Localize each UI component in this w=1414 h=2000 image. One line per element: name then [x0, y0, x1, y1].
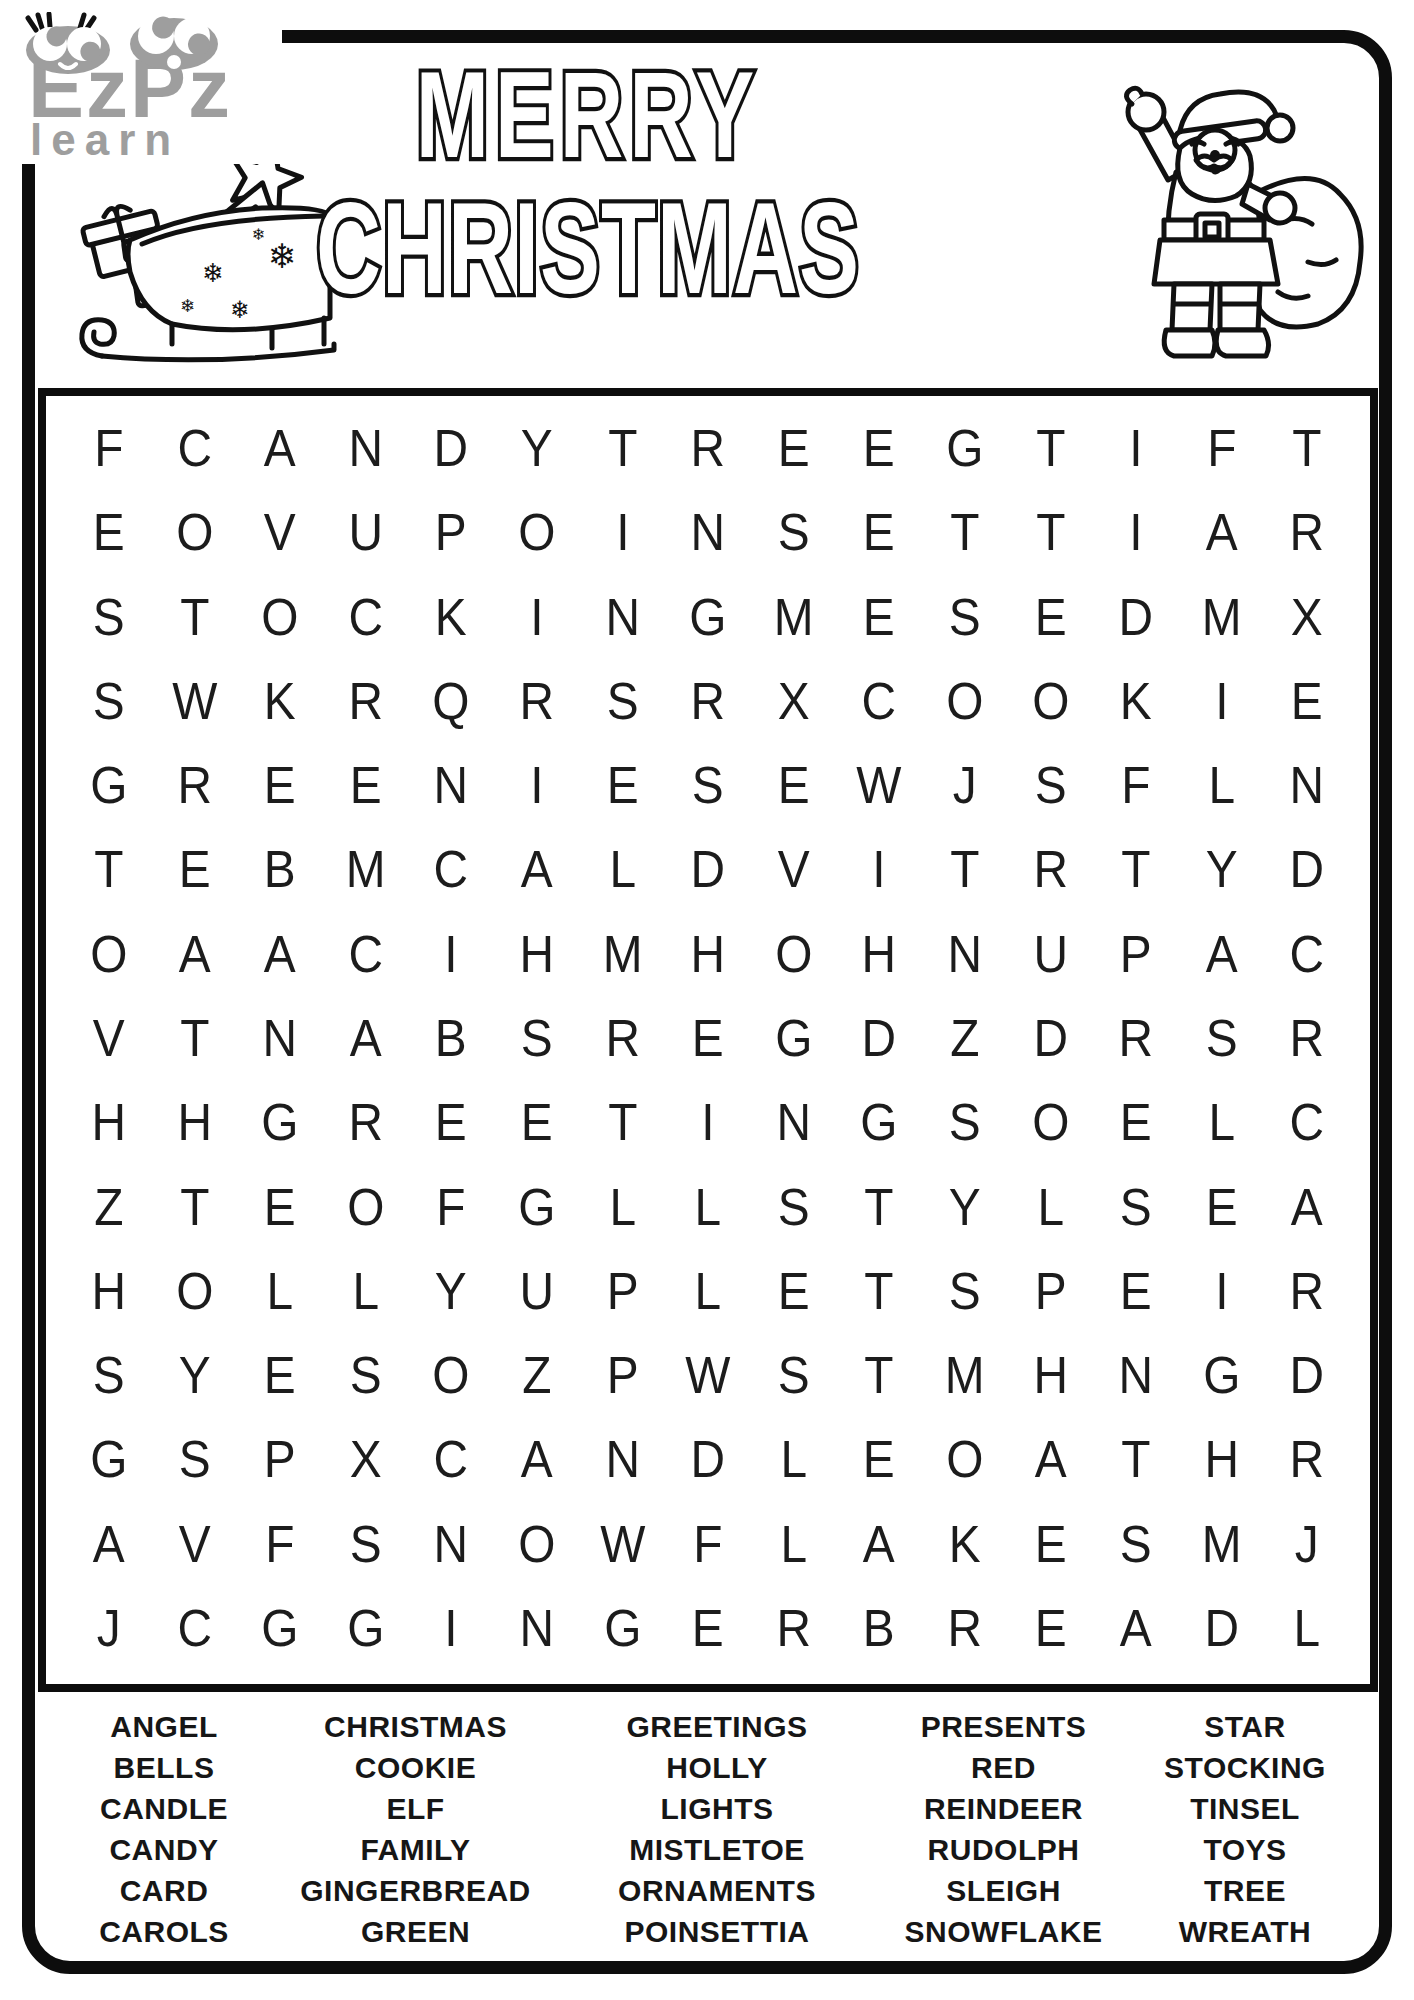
- grid-cell[interactable]: I: [1097, 406, 1176, 490]
- logo-text-learn: learn: [30, 118, 180, 162]
- grid-cell[interactable]: E: [669, 1586, 748, 1670]
- word-search-grid: FCANDYTREEGTIFTEOVUPOINSETTIARSTOCKINGME…: [46, 396, 1370, 1684]
- grid-cell[interactable]: L: [669, 1164, 748, 1248]
- grid-cell[interactable]: R: [155, 743, 234, 827]
- grid-cell[interactable]: S: [69, 1333, 148, 1417]
- word-item: RUDOLPH: [879, 1829, 1129, 1870]
- grid-cell[interactable]: O: [754, 912, 833, 996]
- grid-cell[interactable]: E: [1011, 575, 1090, 659]
- grid-cell[interactable]: G: [754, 996, 833, 1080]
- grid-cell[interactable]: G: [583, 1586, 662, 1670]
- grid-cell[interactable]: U: [497, 1249, 576, 1333]
- grid-cell[interactable]: R: [1268, 1249, 1347, 1333]
- grid-cell[interactable]: D: [669, 827, 748, 911]
- grid-cell[interactable]: E: [754, 1249, 833, 1333]
- grid-cell[interactable]: D: [1097, 575, 1176, 659]
- grid-cell[interactable]: E: [497, 1080, 576, 1164]
- word-item: GINGERBREAD: [276, 1870, 556, 1911]
- grid-cell[interactable]: Q: [412, 659, 491, 743]
- grid-cell[interactable]: S: [754, 1164, 833, 1248]
- grid-cell[interactable]: G: [669, 575, 748, 659]
- grid-cell[interactable]: I: [1097, 490, 1176, 574]
- grid-cell[interactable]: X: [1268, 575, 1347, 659]
- grid-cell[interactable]: B: [840, 1586, 919, 1670]
- grid-cell[interactable]: E: [241, 1333, 320, 1417]
- grid-cell[interactable]: N: [1268, 743, 1347, 827]
- grid-cell[interactable]: I: [497, 575, 576, 659]
- grid-cell[interactable]: P: [1097, 912, 1176, 996]
- grid-cell[interactable]: C: [155, 406, 234, 490]
- grid-cell[interactable]: E: [1097, 1249, 1176, 1333]
- grid-cell[interactable]: C: [840, 659, 919, 743]
- grid-cell[interactable]: C: [326, 912, 405, 996]
- santa-illustration: [1108, 52, 1378, 377]
- grid-cell[interactable]: Z: [69, 1164, 148, 1248]
- grid-cell[interactable]: R: [497, 659, 576, 743]
- grid-cell[interactable]: A: [1011, 1417, 1090, 1501]
- grid-cell[interactable]: U: [326, 490, 405, 574]
- grid-cell[interactable]: A: [69, 1501, 148, 1585]
- grid-cell[interactable]: M: [583, 912, 662, 996]
- word-item: CANDLE: [64, 1788, 264, 1829]
- grid-cell[interactable]: F: [1182, 406, 1261, 490]
- grid-cell[interactable]: S: [1011, 743, 1090, 827]
- grid-cell[interactable]: G: [497, 1164, 576, 1248]
- grid-cell[interactable]: J: [925, 743, 1004, 827]
- word-item: FAMILY: [276, 1829, 556, 1870]
- grid-cell[interactable]: L: [1268, 1586, 1347, 1670]
- grid-cell[interactable]: F: [669, 1501, 748, 1585]
- word-item: MISTLETOE: [567, 1829, 867, 1870]
- grid-cell[interactable]: S: [925, 1249, 1004, 1333]
- grid-cell[interactable]: T: [1268, 406, 1347, 490]
- word-item: SLEIGH: [879, 1870, 1129, 1911]
- grid-cell[interactable]: H: [69, 1080, 148, 1164]
- grid-cell[interactable]: X: [754, 659, 833, 743]
- grid-cell[interactable]: Y: [412, 1249, 491, 1333]
- grid-cell[interactable]: H: [155, 1080, 234, 1164]
- grid-cell[interactable]: E: [1011, 1586, 1090, 1670]
- grid-cell[interactable]: V: [754, 827, 833, 911]
- grid-cell[interactable]: P: [1011, 1249, 1090, 1333]
- grid-cell[interactable]: E: [241, 743, 320, 827]
- word-item: BELLS: [64, 1747, 264, 1788]
- grid-cell[interactable]: M: [326, 827, 405, 911]
- grid-cell[interactable]: S: [69, 575, 148, 659]
- grid-cell[interactable]: E: [754, 406, 833, 490]
- word-item: LIGHTS: [567, 1788, 867, 1829]
- word-list: ANGELBELLSCANDLECANDYCARDCAROLSCHRISTMAS…: [64, 1706, 1350, 1952]
- grid-cell[interactable]: H: [669, 912, 748, 996]
- grid-cell[interactable]: C: [412, 1417, 491, 1501]
- grid-cell[interactable]: O: [155, 490, 234, 574]
- grid-cell[interactable]: S: [1097, 1164, 1176, 1248]
- word-list-column: STARSTOCKINGTINSELTOYSTREEWREATH: [1140, 1706, 1350, 1952]
- grid-cell[interactable]: H: [69, 1249, 148, 1333]
- grid-cell[interactable]: O: [1011, 1080, 1090, 1164]
- worksheet-page: EzPz learn MERRY CHRISTMAS: [0, 0, 1414, 2000]
- word-item: TOYS: [1140, 1829, 1350, 1870]
- grid-cell[interactable]: T: [1011, 490, 1090, 574]
- grid-cell[interactable]: O: [1011, 659, 1090, 743]
- grid-cell[interactable]: P: [241, 1417, 320, 1501]
- grid-cell[interactable]: H: [840, 912, 919, 996]
- grid-cell[interactable]: R: [669, 659, 748, 743]
- grid-cell[interactable]: E: [241, 1164, 320, 1248]
- grid-cell[interactable]: P: [583, 1249, 662, 1333]
- word-search-grid-box: FCANDYTREEGTIFTEOVUPOINSETTIARSTOCKINGME…: [38, 388, 1378, 1692]
- grid-cell[interactable]: F: [412, 1164, 491, 1248]
- puzzle-title: MERRY CHRISTMAS: [288, 46, 888, 310]
- grid-cell[interactable]: I: [1182, 659, 1261, 743]
- word-item: PRESENTS: [879, 1706, 1129, 1747]
- grid-cell[interactable]: V: [155, 1501, 234, 1585]
- grid-cell[interactable]: Y: [155, 1333, 234, 1417]
- grid-cell[interactable]: E: [155, 827, 234, 911]
- grid-cell[interactable]: E: [1268, 659, 1347, 743]
- svg-text:❄: ❄: [180, 295, 195, 316]
- grid-cell[interactable]: C: [1268, 1080, 1347, 1164]
- grid-cell[interactable]: C: [1268, 912, 1347, 996]
- grid-cell[interactable]: D: [1182, 1586, 1261, 1670]
- grid-cell[interactable]: M: [1182, 575, 1261, 659]
- grid-cell[interactable]: I: [497, 743, 576, 827]
- grid-cell[interactable]: D: [1268, 827, 1347, 911]
- grid-cell[interactable]: N: [241, 996, 320, 1080]
- grid-cell[interactable]: I: [412, 912, 491, 996]
- grid-cell[interactable]: R: [583, 996, 662, 1080]
- grid-cell[interactable]: T: [1011, 406, 1090, 490]
- word-list-column: GREETINGSHOLLYLIGHTSMISTLETOEORNAMENTSPO…: [567, 1706, 867, 1952]
- grid-cell[interactable]: C: [412, 827, 491, 911]
- grid-cell[interactable]: O: [155, 1249, 234, 1333]
- grid-cell[interactable]: S: [925, 1080, 1004, 1164]
- grid-cell[interactable]: T: [840, 1164, 919, 1248]
- grid-cell[interactable]: Y: [497, 406, 576, 490]
- grid-cell[interactable]: S: [669, 743, 748, 827]
- grid-cell[interactable]: L: [1182, 743, 1261, 827]
- grid-cell[interactable]: T: [925, 827, 1004, 911]
- grid-cell[interactable]: G: [326, 1586, 405, 1670]
- grid-cell[interactable]: U: [1011, 912, 1090, 996]
- grid-cell[interactable]: G: [1182, 1333, 1261, 1417]
- grid-cell[interactable]: R: [1268, 1417, 1347, 1501]
- word-item: ELF: [276, 1788, 556, 1829]
- grid-cell[interactable]: N: [754, 1080, 833, 1164]
- grid-cell[interactable]: E: [583, 743, 662, 827]
- grid-cell[interactable]: T: [583, 406, 662, 490]
- grid-cell[interactable]: F: [1097, 743, 1176, 827]
- grid-cell[interactable]: D: [840, 996, 919, 1080]
- grid-cell[interactable]: A: [155, 912, 234, 996]
- grid-cell[interactable]: S: [69, 659, 148, 743]
- grid-cell[interactable]: J: [69, 1586, 148, 1670]
- grid-cell[interactable]: H: [1011, 1333, 1090, 1417]
- grid-cell[interactable]: R: [1268, 996, 1347, 1080]
- grid-cell[interactable]: E: [412, 1080, 491, 1164]
- grid-cell[interactable]: K: [925, 1501, 1004, 1585]
- grid-cell[interactable]: G: [241, 1586, 320, 1670]
- word-item: CARD: [64, 1870, 264, 1911]
- svg-text:❄: ❄: [252, 225, 265, 244]
- grid-cell[interactable]: A: [497, 1417, 576, 1501]
- grid-cell[interactable]: L: [754, 1417, 833, 1501]
- grid-cell[interactable]: M: [754, 575, 833, 659]
- ezpz-learn-logo: EzPz learn: [14, 6, 282, 164]
- grid-cell[interactable]: T: [840, 1333, 919, 1417]
- grid-cell[interactable]: O: [925, 1417, 1004, 1501]
- grid-cell[interactable]: P: [412, 490, 491, 574]
- grid-cell[interactable]: T: [583, 1080, 662, 1164]
- grid-cell[interactable]: Z: [497, 1333, 576, 1417]
- grid-cell[interactable]: T: [1097, 827, 1176, 911]
- grid-cell[interactable]: N: [583, 1417, 662, 1501]
- word-item: RED: [879, 1747, 1129, 1788]
- svg-text:❄: ❄: [230, 296, 250, 324]
- word-list-column: CHRISTMASCOOKIEELFFAMILYGINGERBREADGREEN: [276, 1706, 556, 1952]
- grid-cell[interactable]: A: [497, 827, 576, 911]
- grid-cell[interactable]: O: [69, 912, 148, 996]
- grid-cell[interactable]: A: [840, 1501, 919, 1585]
- grid-cell[interactable]: O: [497, 490, 576, 574]
- grid-cell[interactable]: R: [1097, 996, 1176, 1080]
- grid-cell[interactable]: F: [241, 1501, 320, 1585]
- word-item: ANGEL: [64, 1706, 264, 1747]
- grid-cell[interactable]: G: [925, 406, 1004, 490]
- grid-cell[interactable]: K: [412, 575, 491, 659]
- grid-cell[interactable]: R: [326, 1080, 405, 1164]
- grid-cell[interactable]: R: [754, 1586, 833, 1670]
- grid-cell[interactable]: N: [412, 743, 491, 827]
- grid-cell[interactable]: W: [583, 1501, 662, 1585]
- word-item: CANDY: [64, 1829, 264, 1870]
- owl-icon: [22, 12, 114, 74]
- grid-cell[interactable]: T: [1097, 1417, 1176, 1501]
- grid-cell[interactable]: A: [241, 912, 320, 996]
- grid-cell[interactable]: R: [925, 1586, 1004, 1670]
- grid-cell[interactable]: N: [497, 1586, 576, 1670]
- grid-cell[interactable]: G: [840, 1080, 919, 1164]
- grid-cell[interactable]: D: [669, 1417, 748, 1501]
- word-item: REINDEER: [879, 1788, 1129, 1829]
- grid-cell[interactable]: V: [241, 490, 320, 574]
- grid-cell[interactable]: T: [69, 827, 148, 911]
- grid-cell[interactable]: L: [669, 1249, 748, 1333]
- word-item: HOLLY: [567, 1747, 867, 1788]
- grid-cell[interactable]: W: [669, 1333, 748, 1417]
- grid-cell[interactable]: G: [69, 743, 148, 827]
- grid-cell[interactable]: T: [840, 1249, 919, 1333]
- grid-cell[interactable]: N: [669, 490, 748, 574]
- grid-cell[interactable]: H: [1182, 1417, 1261, 1501]
- grid-cell[interactable]: R: [669, 406, 748, 490]
- grid-cell[interactable]: S: [754, 490, 833, 574]
- grid-cell[interactable]: O: [497, 1501, 576, 1585]
- grid-cell[interactable]: I: [583, 490, 662, 574]
- grid-cell[interactable]: K: [1097, 659, 1176, 743]
- grid-cell[interactable]: W: [840, 743, 919, 827]
- grid-cell[interactable]: M: [925, 1333, 1004, 1417]
- grid-cell[interactable]: J: [1268, 1501, 1347, 1585]
- grid-cell[interactable]: S: [754, 1333, 833, 1417]
- word-item: SNOWFLAKE: [879, 1911, 1129, 1952]
- grid-cell[interactable]: A: [326, 996, 405, 1080]
- grid-cell[interactable]: B: [241, 827, 320, 911]
- grid-cell[interactable]: E: [1011, 1501, 1090, 1585]
- grid-cell[interactable]: K: [241, 659, 320, 743]
- grid-cell[interactable]: A: [241, 406, 320, 490]
- grid-cell[interactable]: T: [155, 996, 234, 1080]
- grid-cell[interactable]: N: [412, 1501, 491, 1585]
- grid-cell[interactable]: I: [1182, 1249, 1261, 1333]
- grid-cell[interactable]: N: [1097, 1333, 1176, 1417]
- grid-cell[interactable]: S: [326, 1501, 405, 1585]
- grid-cell[interactable]: T: [925, 490, 1004, 574]
- grid-cell[interactable]: S: [1182, 996, 1261, 1080]
- grid-cell[interactable]: V: [69, 996, 148, 1080]
- grid-cell[interactable]: R: [1011, 827, 1090, 911]
- grid-cell[interactable]: E: [1182, 1164, 1261, 1248]
- svg-text:❄: ❄: [202, 258, 224, 288]
- word-item: STOCKING: [1140, 1747, 1350, 1788]
- grid-cell[interactable]: N: [583, 575, 662, 659]
- grid-cell[interactable]: A: [1268, 1164, 1347, 1248]
- word-list-column: PRESENTSREDREINDEERRUDOLPHSLEIGHSNOWFLAK…: [879, 1706, 1129, 1952]
- grid-cell[interactable]: L: [241, 1249, 320, 1333]
- grid-cell[interactable]: O: [326, 1164, 405, 1248]
- grid-cell[interactable]: S: [583, 659, 662, 743]
- grid-cell[interactable]: F: [69, 406, 148, 490]
- grid-cell[interactable]: E: [326, 743, 405, 827]
- grid-cell[interactable]: O: [925, 659, 1004, 743]
- grid-cell[interactable]: A: [1097, 1586, 1176, 1670]
- grid-cell[interactable]: T: [155, 1164, 234, 1248]
- grid-cell[interactable]: I: [412, 1586, 491, 1670]
- word-item: CHRISTMAS: [276, 1706, 556, 1747]
- word-item: TREE: [1140, 1870, 1350, 1911]
- grid-cell[interactable]: N: [326, 406, 405, 490]
- word-item: COOKIE: [276, 1747, 556, 1788]
- grid-cell[interactable]: E: [840, 406, 919, 490]
- grid-cell[interactable]: A: [1182, 912, 1261, 996]
- grid-cell[interactable]: L: [583, 1164, 662, 1248]
- grid-cell[interactable]: Z: [925, 996, 1004, 1080]
- grid-cell[interactable]: E: [840, 490, 919, 574]
- word-item: CAROLS: [64, 1911, 264, 1952]
- word-item: TINSEL: [1140, 1788, 1350, 1829]
- grid-cell[interactable]: D: [1011, 996, 1090, 1080]
- grid-cell[interactable]: Y: [1182, 827, 1261, 911]
- grid-cell[interactable]: G: [241, 1080, 320, 1164]
- grid-cell[interactable]: E: [69, 490, 148, 574]
- grid-cell[interactable]: E: [840, 575, 919, 659]
- grid-cell[interactable]: W: [155, 659, 234, 743]
- word-item: STAR: [1140, 1706, 1350, 1747]
- grid-cell[interactable]: A: [1182, 490, 1261, 574]
- grid-cell[interactable]: R: [1268, 490, 1347, 574]
- word-item: WREATH: [1140, 1911, 1350, 1952]
- grid-cell[interactable]: L: [754, 1501, 833, 1585]
- grid-cell[interactable]: G: [69, 1417, 148, 1501]
- grid-cell[interactable]: X: [326, 1417, 405, 1501]
- word-item: GREETINGS: [567, 1706, 867, 1747]
- owl-icon: [126, 6, 222, 72]
- title-line-merry: MERRY: [416, 46, 761, 174]
- title-line-christmas: CHRISTMAS: [316, 178, 860, 310]
- grid-cell[interactable]: P: [583, 1333, 662, 1417]
- grid-cell[interactable]: E: [754, 743, 833, 827]
- grid-cell[interactable]: H: [497, 912, 576, 996]
- grid-cell[interactable]: Y: [925, 1164, 1004, 1248]
- word-item: POINSETTIA: [567, 1911, 867, 1952]
- grid-cell[interactable]: L: [326, 1249, 405, 1333]
- grid-cell[interactable]: C: [326, 575, 405, 659]
- grid-cell[interactable]: B: [412, 996, 491, 1080]
- grid-cell[interactable]: M: [1182, 1501, 1261, 1585]
- grid-cell[interactable]: S: [497, 996, 576, 1080]
- word-list-column: ANGELBELLSCANDLECANDYCARDCAROLS: [64, 1706, 264, 1952]
- grid-cell[interactable]: O: [412, 1333, 491, 1417]
- grid-cell[interactable]: I: [840, 827, 919, 911]
- grid-cell[interactable]: I: [669, 1080, 748, 1164]
- grid-cell[interactable]: L: [1011, 1164, 1090, 1248]
- grid-cell[interactable]: L: [1182, 1080, 1261, 1164]
- grid-cell[interactable]: E: [1097, 1080, 1176, 1164]
- grid-cell[interactable]: S: [925, 575, 1004, 659]
- grid-cell[interactable]: S: [155, 1417, 234, 1501]
- grid-cell[interactable]: L: [583, 827, 662, 911]
- grid-cell[interactable]: T: [155, 575, 234, 659]
- grid-cell[interactable]: D: [412, 406, 491, 490]
- grid-cell[interactable]: C: [155, 1586, 234, 1670]
- grid-cell[interactable]: E: [669, 996, 748, 1080]
- word-item: ORNAMENTS: [567, 1870, 867, 1911]
- grid-cell[interactable]: D: [1268, 1333, 1347, 1417]
- grid-cell[interactable]: O: [241, 575, 320, 659]
- grid-cell[interactable]: N: [925, 912, 1004, 996]
- word-item: GREEN: [276, 1911, 556, 1952]
- grid-cell[interactable]: R: [326, 659, 405, 743]
- grid-cell[interactable]: E: [840, 1417, 919, 1501]
- grid-cell[interactable]: S: [326, 1333, 405, 1417]
- grid-cell[interactable]: S: [1097, 1501, 1176, 1585]
